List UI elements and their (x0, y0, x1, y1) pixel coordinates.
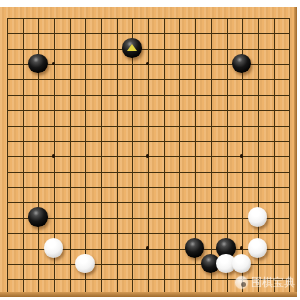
star-point-dot (52, 154, 56, 158)
go-board[interactable] (0, 7, 297, 297)
black-stone-C16 (28, 54, 48, 74)
star-point-dot (52, 62, 56, 66)
star-point (46, 56, 62, 71)
white-stone-D4 (44, 238, 64, 258)
star-point (46, 148, 62, 163)
star-point (140, 56, 156, 71)
board-point-Q3 (234, 256, 250, 271)
star-point (140, 148, 156, 163)
white-stone-R6 (248, 207, 268, 227)
black-stone-C6 (28, 207, 48, 227)
black-stone-N4 (185, 238, 205, 258)
white-stone-F3 (75, 254, 95, 274)
board-point-C6 (30, 209, 46, 224)
white-stone-Q3 (232, 254, 252, 274)
board-point-J17 (124, 41, 140, 56)
black-stone-J17 (122, 38, 142, 58)
black-stone-Q16 (232, 54, 252, 74)
board-point-R4 (249, 240, 265, 255)
last-move-triangle-marker (127, 44, 137, 51)
board-point-Q16 (234, 56, 250, 71)
star-point-dot (146, 246, 150, 250)
star-point (234, 148, 250, 163)
board-point-N4 (187, 240, 203, 255)
board-point-D4 (46, 240, 62, 255)
star-point-dot (240, 246, 244, 250)
star-point (140, 240, 156, 255)
go-board-screenshot: 围棋宝典 (0, 0, 300, 300)
board-point-F3 (77, 256, 93, 271)
star-point-dot (146, 154, 150, 158)
star-point-dot (240, 154, 244, 158)
board-point-C16 (30, 56, 46, 71)
star-point-dot (146, 62, 150, 66)
white-stone-R4 (248, 238, 268, 258)
board-points (0, 10, 296, 300)
board-point-R6 (249, 209, 265, 224)
